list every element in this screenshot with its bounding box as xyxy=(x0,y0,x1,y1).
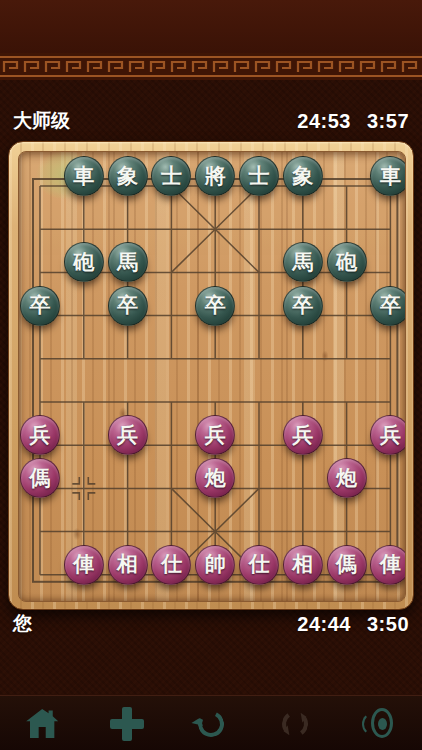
piece-character: 兵 xyxy=(30,425,51,446)
piece-character: 仕 xyxy=(161,554,182,575)
piece-black-elephant[interactable]: 象 xyxy=(283,156,323,196)
piece-red-chariot[interactable]: 俥 xyxy=(370,545,406,585)
piece-character: 馬 xyxy=(117,252,138,273)
piece-black-soldier[interactable]: 卒 xyxy=(195,286,235,326)
piece-red-advisor[interactable]: 仕 xyxy=(239,545,279,585)
xiangqi-board[interactable]: 車象士將士象車砲馬馬砲卒卒卒卒卒兵兵兵兵兵傌炮炮俥相仕帥仕相傌俥 xyxy=(8,141,414,610)
piece-character: 馬 xyxy=(292,252,313,273)
new-game-button[interactable] xyxy=(97,701,157,747)
piece-character: 卒 xyxy=(30,295,51,316)
board-gridlines xyxy=(19,152,406,602)
piece-red-elephant[interactable]: 相 xyxy=(108,545,148,585)
piece-black-general[interactable]: 將 xyxy=(195,156,235,196)
piece-character: 砲 xyxy=(336,252,357,273)
piece-character: 相 xyxy=(117,554,138,575)
meander-ornament-band xyxy=(0,53,422,80)
piece-black-soldier[interactable]: 卒 xyxy=(283,286,323,326)
piece-character: 傌 xyxy=(30,468,51,489)
piece-red-general[interactable]: 帥 xyxy=(195,545,235,585)
redo-icon xyxy=(280,708,310,738)
piece-red-soldier[interactable]: 兵 xyxy=(108,415,148,455)
piece-character: 卒 xyxy=(380,295,401,316)
piece-character: 炮 xyxy=(336,468,357,489)
sound-icon xyxy=(362,707,398,741)
redo-button-disabled[interactable] xyxy=(265,701,325,747)
piece-character: 卒 xyxy=(205,295,226,316)
player-total-timer: 24:44 xyxy=(297,613,351,636)
piece-red-soldier[interactable]: 兵 xyxy=(20,415,60,455)
board-surface[interactable]: 車象士將士象車砲馬馬砲卒卒卒卒卒兵兵兵兵兵傌炮炮俥相仕帥仕相傌俥 xyxy=(18,151,406,602)
opponent-move-timer: 3:57 xyxy=(367,110,409,133)
piece-character: 仕 xyxy=(249,554,270,575)
piece-red-elephant[interactable]: 相 xyxy=(283,545,323,585)
sound-button[interactable] xyxy=(350,701,410,747)
piece-red-soldier[interactable]: 兵 xyxy=(370,415,406,455)
piece-character: 兵 xyxy=(292,425,313,446)
bottom-toolbar xyxy=(0,695,422,750)
piece-black-cannon[interactable]: 砲 xyxy=(64,242,104,282)
piece-character: 士 xyxy=(249,166,270,187)
piece-red-horse[interactable]: 傌 xyxy=(327,545,367,585)
player-move-timer: 3:50 xyxy=(367,613,409,636)
plus-icon xyxy=(110,707,144,741)
undo-icon xyxy=(195,707,228,740)
player-info-row: 您 24:44 3:50 xyxy=(0,608,422,640)
opponent-info-row: 大师级 24:53 3:57 xyxy=(0,104,422,138)
piece-black-horse[interactable]: 馬 xyxy=(108,242,148,282)
home-icon xyxy=(26,709,58,738)
meander-pattern xyxy=(0,53,422,80)
piece-red-cannon[interactable]: 炮 xyxy=(327,458,367,498)
piece-character: 帥 xyxy=(205,554,226,575)
undo-button[interactable] xyxy=(181,701,241,747)
player-label: 您 xyxy=(13,611,32,637)
piece-character: 兵 xyxy=(205,425,226,446)
piece-character: 卒 xyxy=(292,295,313,316)
piece-character: 俥 xyxy=(73,554,94,575)
piece-character: 兵 xyxy=(380,425,401,446)
opponent-total-timer: 24:53 xyxy=(297,110,351,133)
piece-black-horse[interactable]: 馬 xyxy=(283,242,323,282)
piece-black-cannon[interactable]: 砲 xyxy=(327,242,367,282)
piece-character: 炮 xyxy=(205,468,226,489)
piece-black-soldier[interactable]: 卒 xyxy=(370,286,406,326)
piece-character: 士 xyxy=(161,166,182,187)
piece-character: 兵 xyxy=(117,425,138,446)
top-banner xyxy=(0,0,422,53)
opponent-level-label: 大师级 xyxy=(13,108,70,134)
piece-black-advisor[interactable]: 士 xyxy=(239,156,279,196)
piece-red-advisor[interactable]: 仕 xyxy=(151,545,191,585)
piece-character: 俥 xyxy=(380,554,401,575)
piece-character: 象 xyxy=(292,166,313,187)
piece-black-soldier[interactable]: 卒 xyxy=(20,286,60,326)
piece-red-soldier[interactable]: 兵 xyxy=(283,415,323,455)
piece-character: 車 xyxy=(380,166,401,187)
piece-character: 車 xyxy=(73,166,94,187)
piece-red-chariot[interactable]: 俥 xyxy=(64,545,104,585)
piece-character: 卒 xyxy=(117,295,138,316)
piece-black-chariot[interactable]: 車 xyxy=(370,156,406,196)
piece-black-chariot[interactable]: 車 xyxy=(64,156,104,196)
piece-black-soldier[interactable]: 卒 xyxy=(108,286,148,326)
home-button[interactable] xyxy=(12,701,72,747)
piece-character: 砲 xyxy=(73,252,94,273)
piece-character: 將 xyxy=(205,166,226,187)
piece-character: 相 xyxy=(292,554,313,575)
piece-character: 傌 xyxy=(336,554,357,575)
piece-character: 象 xyxy=(117,166,138,187)
piece-black-elephant[interactable]: 象 xyxy=(108,156,148,196)
